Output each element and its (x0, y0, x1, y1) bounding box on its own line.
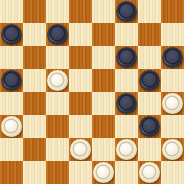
square-f4[interactable] (115, 92, 138, 115)
black-man-f4[interactable] (116, 93, 137, 114)
white-man-d2[interactable] (70, 139, 91, 160)
black-man-g3[interactable] (139, 116, 160, 137)
square-g3[interactable] (138, 115, 161, 138)
square-g7[interactable] (138, 23, 161, 46)
square-c7[interactable] (46, 23, 69, 46)
square-e2 (92, 138, 115, 161)
black-man-c7[interactable] (47, 24, 68, 45)
square-b8[interactable] (23, 0, 46, 23)
square-h3 (161, 115, 184, 138)
square-g5[interactable] (138, 69, 161, 92)
square-b2[interactable] (23, 138, 46, 161)
square-c2 (46, 138, 69, 161)
square-b5 (23, 69, 46, 92)
square-d2[interactable] (69, 138, 92, 161)
square-h6[interactable] (161, 46, 184, 69)
square-e5[interactable] (92, 69, 115, 92)
square-a3[interactable] (0, 115, 23, 138)
square-g6 (138, 46, 161, 69)
square-e1[interactable] (92, 161, 115, 184)
square-e6 (92, 46, 115, 69)
white-man-h4[interactable] (162, 93, 183, 114)
square-h5 (161, 69, 184, 92)
square-a2 (0, 138, 23, 161)
square-c5[interactable] (46, 69, 69, 92)
square-h1 (161, 161, 184, 184)
square-d8[interactable] (69, 0, 92, 23)
black-man-g5[interactable] (139, 70, 160, 91)
white-man-h2[interactable] (162, 139, 183, 160)
white-man-a3[interactable] (1, 116, 22, 137)
square-h8[interactable] (161, 0, 184, 23)
square-c3[interactable] (46, 115, 69, 138)
square-c4 (46, 92, 69, 115)
square-b7 (23, 23, 46, 46)
square-a1[interactable] (0, 161, 23, 184)
square-a5[interactable] (0, 69, 23, 92)
black-man-a7[interactable] (1, 24, 22, 45)
square-f1 (115, 161, 138, 184)
square-d5 (69, 69, 92, 92)
square-a6 (0, 46, 23, 69)
square-c8 (46, 0, 69, 23)
checkers-board (0, 0, 184, 184)
square-g4 (138, 92, 161, 115)
square-a8 (0, 0, 23, 23)
square-h4[interactable] (161, 92, 184, 115)
square-c6 (46, 46, 69, 69)
square-d3 (69, 115, 92, 138)
square-a7[interactable] (0, 23, 23, 46)
square-b1 (23, 161, 46, 184)
square-d7 (69, 23, 92, 46)
square-d1 (69, 161, 92, 184)
square-f6[interactable] (115, 46, 138, 69)
square-f3 (115, 115, 138, 138)
square-d4[interactable] (69, 92, 92, 115)
square-b6[interactable] (23, 46, 46, 69)
square-b4[interactable] (23, 92, 46, 115)
square-e7[interactable] (92, 23, 115, 46)
square-g8 (138, 0, 161, 23)
square-e4 (92, 92, 115, 115)
square-b3 (23, 115, 46, 138)
square-f8[interactable] (115, 0, 138, 23)
square-f2[interactable] (115, 138, 138, 161)
black-man-a5[interactable] (1, 70, 22, 91)
white-man-f2[interactable] (116, 139, 137, 160)
square-a4 (0, 92, 23, 115)
square-f7 (115, 23, 138, 46)
black-man-h6[interactable] (162, 47, 183, 68)
white-man-c5[interactable] (47, 70, 68, 91)
square-e3[interactable] (92, 115, 115, 138)
square-c1[interactable] (46, 161, 69, 184)
square-f5 (115, 69, 138, 92)
white-man-e1[interactable] (93, 162, 114, 183)
square-d6[interactable] (69, 46, 92, 69)
black-man-f6[interactable] (116, 47, 137, 68)
square-g2 (138, 138, 161, 161)
square-h2[interactable] (161, 138, 184, 161)
white-man-g1[interactable] (139, 162, 160, 183)
black-man-f8[interactable] (116, 1, 137, 22)
square-h7 (161, 23, 184, 46)
square-g1[interactable] (138, 161, 161, 184)
square-e8 (92, 0, 115, 23)
